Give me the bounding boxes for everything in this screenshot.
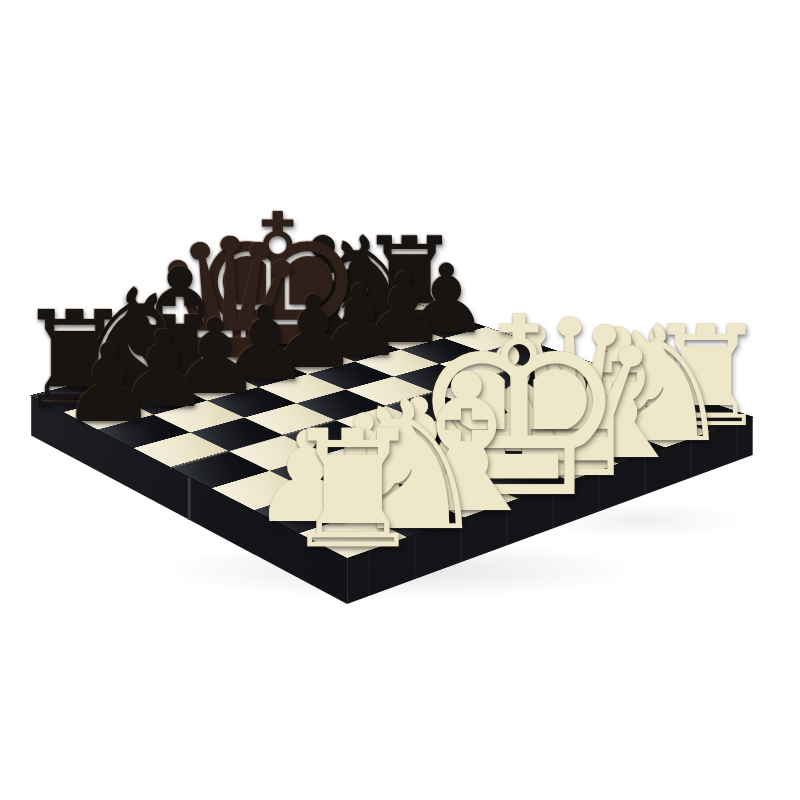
chess-board: [31, 302, 753, 558]
photo-stage: ♜♞♝♛♚♝♞♜♟♟♟♟♟♟♟♟♟♟♟♟♟♟♟♟♜♞♝♚♛♝♞♜: [0, 0, 800, 800]
board-scene: [31, 302, 753, 558]
